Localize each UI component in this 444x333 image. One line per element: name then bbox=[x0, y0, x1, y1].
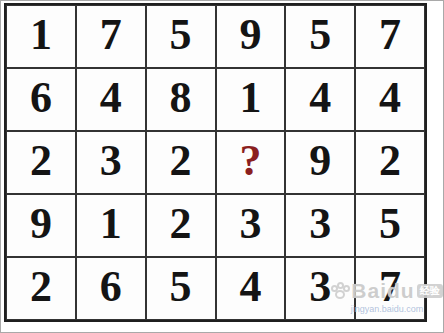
grid-cell-r4c4: 3 bbox=[216, 194, 286, 257]
grid-cell-r4c6: 5 bbox=[355, 194, 425, 257]
grid-cell-r3c5: 9 bbox=[285, 131, 355, 194]
grid-cell-r3c3: 2 bbox=[146, 131, 216, 194]
grid-cell-r5c2: 6 bbox=[76, 257, 146, 320]
grid-cell-r1c3: 5 bbox=[146, 5, 216, 68]
grid-cell-r1c2: 7 bbox=[76, 5, 146, 68]
grid-cell-r3c2: 3 bbox=[76, 131, 146, 194]
grid-cell-r5c4: 4 bbox=[216, 257, 286, 320]
grid-cell-r1c1: 1 bbox=[6, 5, 76, 68]
puzzle-grid: 175957648144232?92912335265437 bbox=[4, 3, 427, 322]
grid-cell-r1c4: 9 bbox=[216, 5, 286, 68]
grid-cell-r2c6: 4 bbox=[355, 68, 425, 131]
grid-cell-r5c1: 2 bbox=[6, 257, 76, 320]
grid-cell-r4c5: 3 bbox=[285, 194, 355, 257]
grid-cell-r4c3: 2 bbox=[146, 194, 216, 257]
grid-cell-r1c5: 5 bbox=[285, 5, 355, 68]
grid-cell-r5c3: 5 bbox=[146, 257, 216, 320]
grid-cell-r3c1: 2 bbox=[6, 131, 76, 194]
grid-cell-r3c4: ? bbox=[216, 131, 286, 194]
grid-cell-r2c3: 8 bbox=[146, 68, 216, 131]
grid-cell-r2c4: 1 bbox=[216, 68, 286, 131]
grid-cell-r2c5: 4 bbox=[285, 68, 355, 131]
grid-cell-r4c2: 1 bbox=[76, 194, 146, 257]
grid-cell-r4c1: 9 bbox=[6, 194, 76, 257]
grid-cell-r5c6: 7 bbox=[355, 257, 425, 320]
grid-cell-r2c1: 6 bbox=[6, 68, 76, 131]
grid-cell-r1c6: 7 bbox=[355, 5, 425, 68]
grid-cell-r3c6: 2 bbox=[355, 131, 425, 194]
grid-cell-r2c2: 4 bbox=[76, 68, 146, 131]
grid-cell-r5c5: 3 bbox=[285, 257, 355, 320]
